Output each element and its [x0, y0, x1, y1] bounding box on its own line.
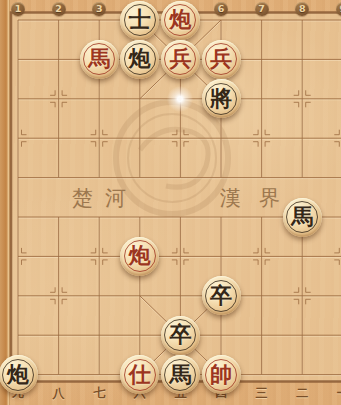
- piece-black-cannon[interactable]: 炮: [0, 355, 38, 394]
- piece-black-advisor[interactable]: 士: [120, 1, 159, 40]
- piece-red-general[interactable]: 帥: [202, 355, 241, 394]
- piece-black-horse[interactable]: 馬: [283, 198, 322, 237]
- piece-red-cannon[interactable]: 炮: [120, 237, 159, 276]
- pieces-layer: 士炮馬炮兵兵將馬炮卒卒炮仕馬帥: [0, 0, 341, 405]
- piece-glyph: 馬: [169, 364, 191, 386]
- piece-glyph: 炮: [129, 245, 151, 267]
- piece-glyph: 卒: [169, 324, 191, 346]
- piece-black-cannon[interactable]: 炮: [120, 40, 159, 79]
- piece-red-horse[interactable]: 馬: [80, 40, 119, 79]
- piece-red-advisor[interactable]: 仕: [120, 355, 159, 394]
- piece-red-soldier[interactable]: 兵: [161, 40, 200, 79]
- xiangqi-board[interactable]: 楚河漢界 123456789九八七六五四三二一 士炮馬炮兵兵將馬炮卒卒炮仕馬帥: [0, 0, 341, 405]
- piece-black-general[interactable]: 將: [202, 79, 241, 118]
- piece-glyph: 炮: [7, 364, 29, 386]
- piece-glyph: 卒: [210, 285, 232, 307]
- piece-glyph: 兵: [169, 48, 191, 70]
- piece-black-horse[interactable]: 馬: [161, 355, 200, 394]
- piece-black-soldier[interactable]: 卒: [202, 276, 241, 315]
- piece-glyph: 仕: [129, 364, 151, 386]
- piece-glyph: 馬: [291, 206, 313, 228]
- piece-red-cannon[interactable]: 炮: [161, 1, 200, 40]
- piece-glyph: 炮: [169, 9, 191, 31]
- piece-glyph: 炮: [129, 48, 151, 70]
- piece-glyph: 兵: [210, 48, 232, 70]
- piece-glyph: 帥: [210, 364, 232, 386]
- piece-glyph: 士: [129, 9, 151, 31]
- piece-red-soldier[interactable]: 兵: [202, 40, 241, 79]
- piece-black-soldier[interactable]: 卒: [161, 316, 200, 355]
- piece-glyph: 將: [210, 88, 232, 110]
- piece-glyph: 馬: [88, 48, 110, 70]
